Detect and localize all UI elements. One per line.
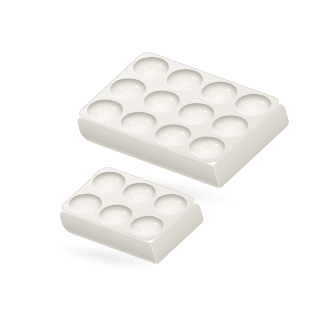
scene-background — [0, 0, 320, 320]
